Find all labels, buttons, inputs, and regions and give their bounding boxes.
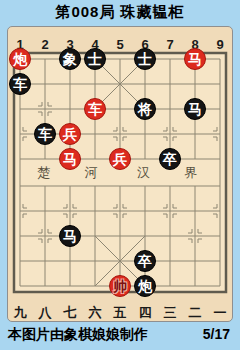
piece-black-马-f3r8[interactable]: 马 [59,225,81,247]
piece-black-将-f6r3[interactable]: 将 [134,98,156,120]
piece-black-车-f2r4[interactable]: 车 [34,123,56,145]
credit-text: 本图片由象棋娘娘制作 [8,326,148,344]
piece-red-炮-f1r1[interactable]: 炮 [9,48,31,70]
piece-red-兵-f5r5[interactable]: 兵 [109,148,131,170]
piece-layer: 楚 河 汉 界 炮象士士马车车将马车兵马兵卒马卒帅炮 [8,47,232,299]
file-label-bottom-6: 四 [133,304,157,322]
xiangqi-board: 123456789 楚 河 汉 界 炮象士士马车车将马车兵马兵卒马卒帅炮 九八七… [7,26,233,322]
piece-red-车-f4r3[interactable]: 车 [84,98,106,120]
piece-black-卒-f6r9[interactable]: 卒 [134,250,156,272]
piece-black-象-f3r1[interactable]: 象 [59,48,81,70]
piece-black-炮-f6r10[interactable]: 炮 [134,275,156,297]
file-label-bottom-8: 二 [183,304,207,322]
file-label-bottom-3: 七 [58,304,82,322]
piece-black-士-f6r1[interactable]: 士 [134,48,156,70]
file-label-bottom-2: 八 [33,304,57,322]
piece-red-帅-f5r10[interactable]: 帅 [109,275,131,297]
page-indicator: 5/17 [203,326,230,342]
file-labels-bottom: 九八七六五四三二一 [8,304,232,319]
piece-black-马-f8r3[interactable]: 马 [184,98,206,120]
piece-red-马-f8r1[interactable]: 马 [184,48,206,70]
file-label-bottom-7: 三 [158,304,182,322]
file-label-bottom-4: 六 [83,304,107,322]
file-label-bottom-1: 九 [8,304,32,322]
piece-red-兵-f3r4[interactable]: 兵 [59,123,81,145]
piece-black-士-f4r1[interactable]: 士 [84,48,106,70]
piece-black-车-f1r2[interactable]: 车 [9,73,31,95]
piece-red-马-f3r5[interactable]: 马 [59,148,81,170]
piece-black-卒-f7r5[interactable]: 卒 [159,148,181,170]
screen: 第008局 珠藏韫柜 123456789 楚 河 汉 界 炮象士士马车车将马车兵… [0,0,240,350]
file-label-bottom-5: 五 [108,304,132,322]
file-label-bottom-9: 一 [208,304,232,322]
page-title: 第008局 珠藏韫柜 [0,3,240,22]
